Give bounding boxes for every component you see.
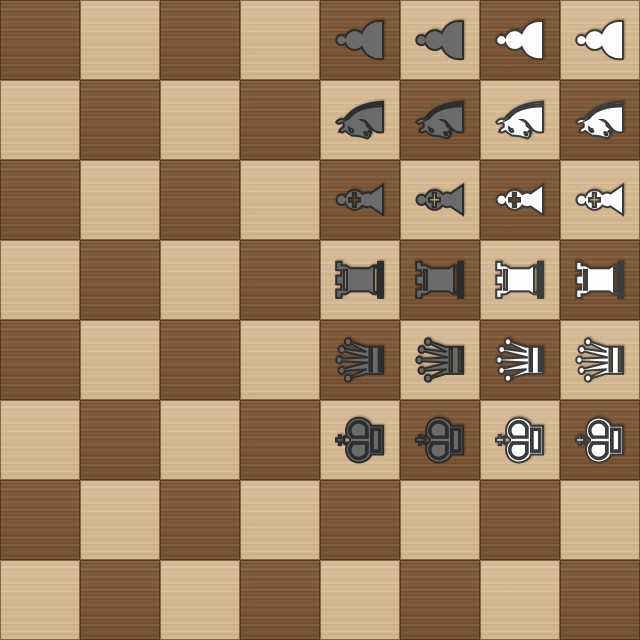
piece-white-queen[interactable]: ♛ [480,320,560,400]
square-a5[interactable] [0,240,80,320]
square-f3[interactable]: ♚ [400,400,480,480]
square-b8[interactable] [80,0,160,80]
square-b6[interactable] [80,160,160,240]
square-g8[interactable]: ♟ [480,0,560,80]
piece-black-pawn[interactable]: ♟ [400,0,480,80]
piece-white-king[interactable]: ♚ [480,400,560,480]
square-e7[interactable]: ♞ [320,80,400,160]
square-g4[interactable]: ♛ [480,320,560,400]
square-c3[interactable] [160,400,240,480]
piece-white-bishop[interactable]: ♝ [480,160,560,240]
square-h2[interactable] [560,480,640,560]
square-d6[interactable] [240,160,320,240]
piece-black-queen[interactable]: ♛ [320,320,400,400]
piece-white-king[interactable]: ♚ [560,400,640,480]
square-a4[interactable] [0,320,80,400]
square-e6[interactable]: ♝ [320,160,400,240]
square-b7[interactable] [80,80,160,160]
piece-black-rook[interactable]: ♜ [400,240,480,320]
square-g6[interactable]: ♝ [480,160,560,240]
square-a1[interactable] [0,560,80,640]
piece-white-bishop[interactable]: ♝ [560,160,640,240]
square-c5[interactable] [160,240,240,320]
piece-white-rook[interactable]: ♜ [480,240,560,320]
square-h3[interactable]: ♚ [560,400,640,480]
square-e8[interactable]: ♟ [320,0,400,80]
square-a6[interactable] [0,160,80,240]
square-e5[interactable]: ♜ [320,240,400,320]
square-f7[interactable]: ♞ [400,80,480,160]
piece-black-pawn[interactable]: ♟ [320,0,400,80]
square-d8[interactable] [240,0,320,80]
piece-white-knight[interactable]: ♞ [480,80,560,160]
square-h1[interactable] [560,560,640,640]
piece-black-knight[interactable]: ♞ [400,80,480,160]
square-c6[interactable] [160,160,240,240]
piece-white-pawn[interactable]: ♟ [480,0,560,80]
piece-white-rook[interactable]: ♜ [560,240,640,320]
square-a8[interactable] [0,0,80,80]
square-b4[interactable] [80,320,160,400]
chess-board: ♟♟♟♟♞♞♞♞♝♝♝♝♜♜♜♜♛♛♛♛♚♚♚♚ [0,0,640,640]
square-d2[interactable] [240,480,320,560]
square-c1[interactable] [160,560,240,640]
square-c2[interactable] [160,480,240,560]
square-f8[interactable]: ♟ [400,0,480,80]
square-e3[interactable]: ♚ [320,400,400,480]
square-d3[interactable] [240,400,320,480]
square-e2[interactable] [320,480,400,560]
square-h6[interactable]: ♝ [560,160,640,240]
square-c8[interactable] [160,0,240,80]
piece-white-knight[interactable]: ♞ [560,80,640,160]
piece-black-queen[interactable]: ♛ [400,320,480,400]
square-b2[interactable] [80,480,160,560]
piece-black-bishop[interactable]: ♝ [400,160,480,240]
square-h7[interactable]: ♞ [560,80,640,160]
square-h8[interactable]: ♟ [560,0,640,80]
square-f5[interactable]: ♜ [400,240,480,320]
square-b5[interactable] [80,240,160,320]
square-g1[interactable] [480,560,560,640]
square-b3[interactable] [80,400,160,480]
square-f1[interactable] [400,560,480,640]
piece-white-pawn[interactable]: ♟ [560,0,640,80]
square-f6[interactable]: ♝ [400,160,480,240]
piece-white-queen[interactable]: ♛ [560,320,640,400]
chess-app-viewport: ♟♟♟♟♞♞♞♞♝♝♝♝♜♜♜♜♛♛♛♛♚♚♚♚ [0,0,640,640]
square-a7[interactable] [0,80,80,160]
square-g7[interactable]: ♞ [480,80,560,160]
square-h4[interactable]: ♛ [560,320,640,400]
square-f4[interactable]: ♛ [400,320,480,400]
square-c7[interactable] [160,80,240,160]
square-d7[interactable] [240,80,320,160]
square-b1[interactable] [80,560,160,640]
piece-black-bishop[interactable]: ♝ [320,160,400,240]
square-a2[interactable] [0,480,80,560]
square-g3[interactable]: ♚ [480,400,560,480]
square-g5[interactable]: ♜ [480,240,560,320]
square-e1[interactable] [320,560,400,640]
square-f2[interactable] [400,480,480,560]
square-d5[interactable] [240,240,320,320]
square-e4[interactable]: ♛ [320,320,400,400]
piece-black-rook[interactable]: ♜ [320,240,400,320]
square-a3[interactable] [0,400,80,480]
piece-black-knight[interactable]: ♞ [320,80,400,160]
square-d4[interactable] [240,320,320,400]
square-h5[interactable]: ♜ [560,240,640,320]
piece-black-king[interactable]: ♚ [320,400,400,480]
square-g2[interactable] [480,480,560,560]
square-c4[interactable] [160,320,240,400]
piece-black-king[interactable]: ♚ [400,400,480,480]
square-d1[interactable] [240,560,320,640]
